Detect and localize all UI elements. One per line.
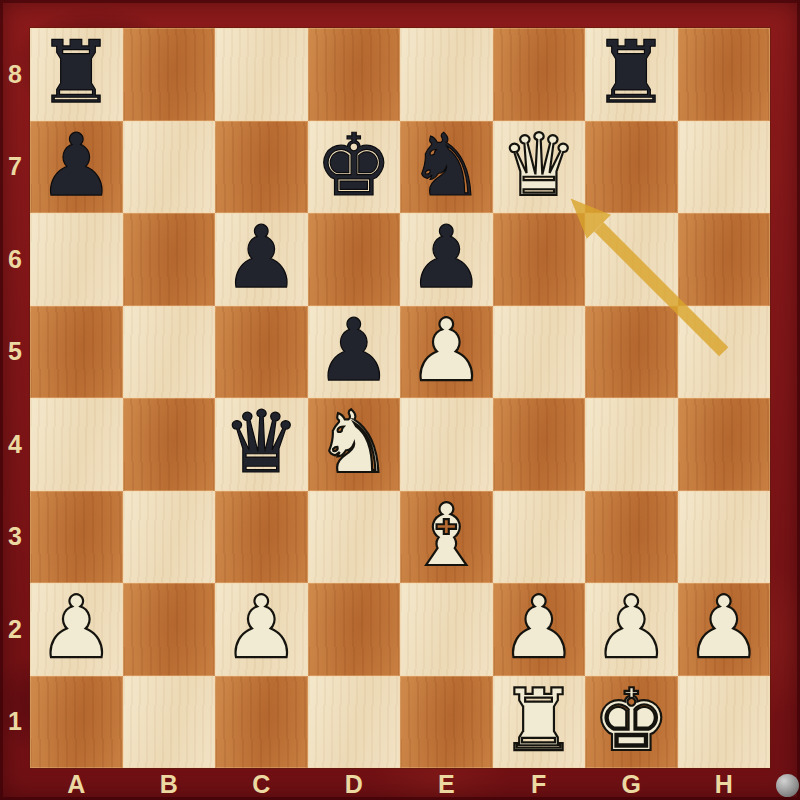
square-h3[interactable] (678, 491, 771, 584)
black-pawn[interactable]: ♟ (408, 211, 485, 303)
square-e1[interactable] (400, 676, 493, 769)
square-d4[interactable]: ♞ (308, 398, 401, 491)
rank-label-2: 2 (0, 583, 30, 676)
square-g7[interactable] (585, 121, 678, 214)
square-b2[interactable] (123, 583, 216, 676)
rank-label-4: 4 (0, 398, 30, 491)
white-pawn[interactable]: ♟ (593, 581, 670, 673)
square-d5[interactable]: ♟ (308, 306, 401, 399)
white-rook[interactable]: ♜ (500, 674, 577, 766)
square-e4[interactable] (400, 398, 493, 491)
square-e2[interactable] (400, 583, 493, 676)
square-d8[interactable] (308, 28, 401, 121)
square-a1[interactable] (30, 676, 123, 769)
file-label-D: D (308, 768, 401, 800)
square-d7[interactable]: ♚ (308, 121, 401, 214)
square-c2[interactable]: ♟ (215, 583, 308, 676)
square-g5[interactable] (585, 306, 678, 399)
white-pawn[interactable]: ♟ (500, 581, 577, 673)
square-a3[interactable] (30, 491, 123, 584)
chess-board: ♜♜♟♚♞♛♟♟♟♟♛♞♝♟♟♟♟♟♜♚ (30, 28, 770, 768)
square-c3[interactable] (215, 491, 308, 584)
file-labels: ABCDEFGH (30, 768, 770, 800)
white-bishop[interactable]: ♝ (408, 489, 485, 581)
board-frame: ♜♜♟♚♞♛♟♟♟♟♛♞♝♟♟♟♟♟♜♚ 87654321 ABCDEFGH (0, 0, 800, 800)
square-e3[interactable]: ♝ (400, 491, 493, 584)
square-h7[interactable] (678, 121, 771, 214)
square-g4[interactable] (585, 398, 678, 491)
square-a4[interactable] (30, 398, 123, 491)
black-pawn[interactable]: ♟ (38, 119, 115, 211)
black-rook[interactable]: ♜ (38, 26, 115, 118)
square-f5[interactable] (493, 306, 586, 399)
square-h2[interactable]: ♟ (678, 583, 771, 676)
square-f6[interactable] (493, 213, 586, 306)
file-label-E: E (400, 768, 493, 800)
square-b7[interactable] (123, 121, 216, 214)
square-e8[interactable] (400, 28, 493, 121)
square-a8[interactable]: ♜ (30, 28, 123, 121)
square-e6[interactable]: ♟ (400, 213, 493, 306)
square-g3[interactable] (585, 491, 678, 584)
white-knight[interactable]: ♞ (315, 396, 392, 488)
square-e7[interactable]: ♞ (400, 121, 493, 214)
square-e5[interactable]: ♟ (400, 306, 493, 399)
square-f8[interactable] (493, 28, 586, 121)
square-h4[interactable] (678, 398, 771, 491)
black-queen[interactable]: ♛ (223, 396, 300, 488)
square-a2[interactable]: ♟ (30, 583, 123, 676)
file-label-C: C (215, 768, 308, 800)
square-b3[interactable] (123, 491, 216, 584)
black-king[interactable]: ♚ (315, 119, 392, 211)
rank-label-5: 5 (0, 306, 30, 399)
white-king[interactable]: ♚ (593, 674, 670, 766)
black-pawn[interactable]: ♟ (223, 211, 300, 303)
square-f3[interactable] (493, 491, 586, 584)
file-label-F: F (493, 768, 586, 800)
square-b6[interactable] (123, 213, 216, 306)
square-c4[interactable]: ♛ (215, 398, 308, 491)
square-c7[interactable] (215, 121, 308, 214)
square-h1[interactable] (678, 676, 771, 769)
white-pawn[interactable]: ♟ (408, 304, 485, 396)
black-pawn[interactable]: ♟ (315, 304, 392, 396)
rank-label-3: 3 (0, 491, 30, 584)
rank-label-8: 8 (0, 28, 30, 121)
square-g2[interactable]: ♟ (585, 583, 678, 676)
file-label-G: G (585, 768, 678, 800)
file-label-B: B (123, 768, 216, 800)
rank-label-6: 6 (0, 213, 30, 306)
square-f4[interactable] (493, 398, 586, 491)
square-g1[interactable]: ♚ (585, 676, 678, 769)
square-a6[interactable] (30, 213, 123, 306)
white-pawn[interactable]: ♟ (685, 581, 762, 673)
file-label-A: A (30, 768, 123, 800)
square-g8[interactable]: ♜ (585, 28, 678, 121)
square-d2[interactable] (308, 583, 401, 676)
square-b4[interactable] (123, 398, 216, 491)
black-rook[interactable]: ♜ (593, 26, 670, 118)
square-c1[interactable] (215, 676, 308, 769)
square-g6[interactable] (585, 213, 678, 306)
square-d6[interactable] (308, 213, 401, 306)
black-knight[interactable]: ♞ (408, 119, 485, 211)
white-queen[interactable]: ♛ (500, 119, 577, 211)
square-c5[interactable] (215, 306, 308, 399)
square-a5[interactable] (30, 306, 123, 399)
square-h5[interactable] (678, 306, 771, 399)
square-c6[interactable]: ♟ (215, 213, 308, 306)
rank-label-7: 7 (0, 121, 30, 214)
square-c8[interactable] (215, 28, 308, 121)
square-d3[interactable] (308, 491, 401, 584)
square-d1[interactable] (308, 676, 401, 769)
square-f7[interactable]: ♛ (493, 121, 586, 214)
square-h8[interactable] (678, 28, 771, 121)
gray-ball-decoration (776, 774, 799, 797)
file-label-H: H (678, 768, 771, 800)
square-b1[interactable] (123, 676, 216, 769)
square-f2[interactable]: ♟ (493, 583, 586, 676)
white-pawn[interactable]: ♟ (38, 581, 115, 673)
white-pawn[interactable]: ♟ (223, 581, 300, 673)
square-h6[interactable] (678, 213, 771, 306)
rank-label-1: 1 (0, 676, 30, 769)
square-f1[interactable]: ♜ (493, 676, 586, 769)
square-a7[interactable]: ♟ (30, 121, 123, 214)
rank-labels: 87654321 (0, 28, 30, 768)
square-b5[interactable] (123, 306, 216, 399)
square-b8[interactable] (123, 28, 216, 121)
